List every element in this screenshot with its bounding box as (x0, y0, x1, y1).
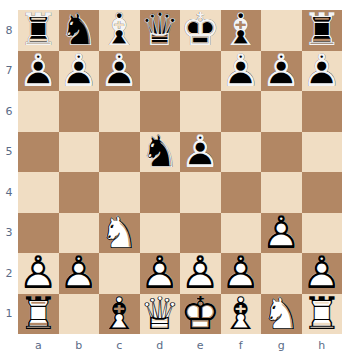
white-rook-piece[interactable]: ♜♖ (302, 294, 343, 335)
black-bishop-piece[interactable]: ♝♗ (221, 10, 262, 51)
rook-fill-icon: ♜ (18, 290, 58, 335)
pawn-fill-icon: ♟ (18, 250, 58, 295)
rook-outline-icon: ♖ (18, 7, 58, 52)
pawn-outline-icon: ♙ (221, 47, 261, 92)
square-g5[interactable] (261, 132, 302, 173)
square-d6[interactable] (140, 91, 181, 132)
square-e3[interactable] (180, 213, 221, 254)
bishop-fill-icon: ♝ (221, 7, 261, 52)
king-fill-icon: ♚ (180, 7, 220, 52)
rook-outline-icon: ♖ (302, 7, 342, 52)
rook-fill-icon: ♜ (18, 7, 58, 52)
square-c5[interactable] (99, 132, 140, 173)
queen-outline-icon: ♕ (140, 290, 180, 335)
white-pawn-piece[interactable]: ♟♙ (180, 253, 221, 294)
square-g2[interactable] (261, 253, 302, 294)
rook-outline-icon: ♖ (302, 290, 342, 335)
white-pawn-piece[interactable]: ♟♙ (221, 253, 262, 294)
square-g1[interactable]: ♞♘ (261, 294, 302, 335)
square-b1[interactable] (59, 294, 100, 335)
white-bishop-piece[interactable]: ♝♗ (99, 294, 140, 335)
file-labels: abcdefgh (18, 334, 342, 356)
queen-fill-icon: ♛ (140, 7, 180, 52)
square-f7[interactable]: ♟♙ (221, 51, 262, 92)
square-b4[interactable] (59, 172, 100, 213)
pawn-fill-icon: ♟ (180, 250, 220, 295)
square-g7[interactable]: ♟♙ (261, 51, 302, 92)
rook-outline-icon: ♖ (18, 290, 58, 335)
rank-label-8: 8 (0, 10, 18, 51)
rank-label-2: 2 (0, 253, 18, 294)
square-e5[interactable]: ♟♙ (180, 132, 221, 173)
white-pawn-piece[interactable]: ♟♙ (140, 253, 181, 294)
square-a3[interactable] (18, 213, 59, 254)
square-b8[interactable]: ♞♘ (59, 10, 100, 51)
square-e7[interactable] (180, 51, 221, 92)
file-label-c: c (99, 334, 140, 356)
knight-fill-icon: ♞ (99, 209, 139, 254)
square-e8[interactable]: ♚♔ (180, 10, 221, 51)
bishop-fill-icon: ♝ (99, 7, 139, 52)
black-rook-piece[interactable]: ♜♖ (302, 10, 343, 51)
pawn-outline-icon: ♙ (140, 250, 180, 295)
pawn-outline-icon: ♙ (180, 250, 220, 295)
rank-label-7: 7 (0, 51, 18, 92)
file-label-f: f (221, 334, 262, 356)
knight-outline-icon: ♘ (140, 128, 180, 173)
pawn-outline-icon: ♙ (302, 250, 342, 295)
white-king-piece[interactable]: ♚♔ (180, 294, 221, 335)
white-queen-piece[interactable]: ♛♕ (140, 294, 181, 335)
square-f8[interactable]: ♝♗ (221, 10, 262, 51)
square-e4[interactable] (180, 172, 221, 213)
square-f5[interactable] (221, 132, 262, 173)
square-d4[interactable] (140, 172, 181, 213)
black-pawn-piece[interactable]: ♟♙ (180, 132, 221, 173)
white-pawn-piece[interactable]: ♟♙ (18, 253, 59, 294)
square-a6[interactable] (18, 91, 59, 132)
square-g4[interactable] (261, 172, 302, 213)
square-h3[interactable] (302, 213, 343, 254)
black-pawn-piece[interactable]: ♟♙ (18, 51, 59, 92)
square-c7[interactable]: ♟♙ (99, 51, 140, 92)
black-bishop-piece[interactable]: ♝♗ (99, 10, 140, 51)
square-h6[interactable] (302, 91, 343, 132)
rank-label-5: 5 (0, 132, 18, 173)
pawn-outline-icon: ♙ (18, 250, 58, 295)
square-b7[interactable]: ♟♙ (59, 51, 100, 92)
king-fill-icon: ♚ (180, 290, 220, 335)
rank-label-4: 4 (0, 172, 18, 213)
pawn-fill-icon: ♟ (59, 250, 99, 295)
square-d1[interactable]: ♛♕ (140, 294, 181, 335)
square-a7[interactable]: ♟♙ (18, 51, 59, 92)
white-pawn-piece[interactable]: ♟♙ (261, 213, 302, 254)
pawn-fill-icon: ♟ (221, 47, 261, 92)
square-d8[interactable]: ♛♕ (140, 10, 181, 51)
pawn-fill-icon: ♟ (261, 47, 301, 92)
square-f6[interactable] (221, 91, 262, 132)
knight-outline-icon: ♘ (99, 209, 139, 254)
rook-fill-icon: ♜ (302, 7, 342, 52)
queen-outline-icon: ♕ (140, 7, 180, 52)
bishop-outline-icon: ♗ (99, 290, 139, 335)
pawn-outline-icon: ♙ (221, 250, 261, 295)
white-rook-piece[interactable]: ♜♖ (18, 294, 59, 335)
square-c1[interactable]: ♝♗ (99, 294, 140, 335)
pawn-outline-icon: ♙ (59, 250, 99, 295)
square-e2[interactable]: ♟♙ (180, 253, 221, 294)
chess-board: ♜♖♞♘♝♗♛♕♚♔♝♗♜♖♟♙♟♙♟♙♟♙♟♙♟♙♞♘♟♙♞♘♟♙♟♙♟♙♟♙… (18, 10, 342, 334)
white-knight-piece[interactable]: ♞♘ (99, 213, 140, 254)
square-c6[interactable] (99, 91, 140, 132)
black-pawn-piece[interactable]: ♟♙ (302, 51, 343, 92)
square-g6[interactable] (261, 91, 302, 132)
square-f1[interactable]: ♝♗ (221, 294, 262, 335)
square-g3[interactable]: ♟♙ (261, 213, 302, 254)
square-f4[interactable] (221, 172, 262, 213)
square-h4[interactable] (302, 172, 343, 213)
square-a2[interactable]: ♟♙ (18, 253, 59, 294)
rank-label-3: 3 (0, 213, 18, 254)
square-f2[interactable]: ♟♙ (221, 253, 262, 294)
pawn-outline-icon: ♙ (180, 128, 220, 173)
square-h7[interactable]: ♟♙ (302, 51, 343, 92)
bishop-fill-icon: ♝ (99, 290, 139, 335)
black-knight-piece[interactable]: ♞♘ (59, 10, 100, 51)
square-f3[interactable] (221, 213, 262, 254)
pawn-outline-icon: ♙ (18, 47, 58, 92)
square-b6[interactable] (59, 91, 100, 132)
square-c3[interactable]: ♞♘ (99, 213, 140, 254)
file-label-d: d (140, 334, 181, 356)
king-outline-icon: ♔ (180, 7, 220, 52)
pawn-fill-icon: ♟ (140, 250, 180, 295)
square-h2[interactable]: ♟♙ (302, 253, 343, 294)
square-a4[interactable] (18, 172, 59, 213)
pawn-fill-icon: ♟ (221, 250, 261, 295)
file-label-e: e (180, 334, 221, 356)
black-queen-piece[interactable]: ♛♕ (140, 10, 181, 51)
pawn-fill-icon: ♟ (302, 47, 342, 92)
square-d2[interactable]: ♟♙ (140, 253, 181, 294)
pawn-outline-icon: ♙ (59, 47, 99, 92)
square-a1[interactable]: ♜♖ (18, 294, 59, 335)
bishop-outline-icon: ♗ (99, 7, 139, 52)
bishop-fill-icon: ♝ (221, 290, 261, 335)
black-pawn-piece[interactable]: ♟♙ (99, 51, 140, 92)
chess-board-screen: 87654321 ♜♖♞♘♝♗♛♕♚♔♝♗♜♖♟♙♟♙♟♙♟♙♟♙♟♙♞♘♟♙♞… (0, 0, 351, 357)
pawn-fill-icon: ♟ (261, 209, 301, 254)
white-knight-piece[interactable]: ♞♘ (261, 294, 302, 335)
bishop-outline-icon: ♗ (221, 7, 261, 52)
knight-fill-icon: ♞ (140, 128, 180, 173)
rank-label-6: 6 (0, 91, 18, 132)
pawn-outline-icon: ♙ (99, 47, 139, 92)
knight-fill-icon: ♞ (261, 290, 301, 335)
white-pawn-piece[interactable]: ♟♙ (59, 253, 100, 294)
rook-fill-icon: ♜ (302, 290, 342, 335)
pawn-outline-icon: ♙ (261, 47, 301, 92)
square-c8[interactable]: ♝♗ (99, 10, 140, 51)
black-king-piece[interactable]: ♚♔ (180, 10, 221, 51)
square-a8[interactable]: ♜♖ (18, 10, 59, 51)
knight-outline-icon: ♘ (59, 7, 99, 52)
rank-label-1: 1 (0, 294, 18, 335)
square-d3[interactable] (140, 213, 181, 254)
black-knight-piece[interactable]: ♞♘ (140, 132, 181, 173)
square-c2[interactable] (99, 253, 140, 294)
black-rook-piece[interactable]: ♜♖ (18, 10, 59, 51)
file-label-a: a (18, 334, 59, 356)
square-g8[interactable] (261, 10, 302, 51)
file-label-h: h (302, 334, 343, 356)
king-outline-icon: ♔ (180, 290, 220, 335)
white-bishop-piece[interactable]: ♝♗ (221, 294, 262, 335)
square-c4[interactable] (99, 172, 140, 213)
black-pawn-piece[interactable]: ♟♙ (59, 51, 100, 92)
square-h1[interactable]: ♜♖ (302, 294, 343, 335)
knight-fill-icon: ♞ (59, 7, 99, 52)
black-pawn-piece[interactable]: ♟♙ (261, 51, 302, 92)
square-e6[interactable] (180, 91, 221, 132)
file-label-g: g (261, 334, 302, 356)
square-h5[interactable] (302, 132, 343, 173)
black-pawn-piece[interactable]: ♟♙ (221, 51, 262, 92)
square-d5[interactable]: ♞♘ (140, 132, 181, 173)
white-pawn-piece[interactable]: ♟♙ (302, 253, 343, 294)
square-h8[interactable]: ♜♖ (302, 10, 343, 51)
square-a5[interactable] (18, 132, 59, 173)
file-label-b: b (59, 334, 100, 356)
pawn-fill-icon: ♟ (99, 47, 139, 92)
queen-fill-icon: ♛ (140, 290, 180, 335)
pawn-fill-icon: ♟ (180, 128, 220, 173)
pawn-fill-icon: ♟ (18, 47, 58, 92)
knight-outline-icon: ♘ (261, 290, 301, 335)
square-b5[interactable] (59, 132, 100, 173)
pawn-fill-icon: ♟ (302, 250, 342, 295)
pawn-outline-icon: ♙ (261, 209, 301, 254)
pawn-fill-icon: ♟ (59, 47, 99, 92)
rank-labels: 87654321 (0, 10, 18, 334)
square-b2[interactable]: ♟♙ (59, 253, 100, 294)
square-e1[interactable]: ♚♔ (180, 294, 221, 335)
square-d7[interactable] (140, 51, 181, 92)
bishop-outline-icon: ♗ (221, 290, 261, 335)
pawn-outline-icon: ♙ (302, 47, 342, 92)
square-b3[interactable] (59, 213, 100, 254)
